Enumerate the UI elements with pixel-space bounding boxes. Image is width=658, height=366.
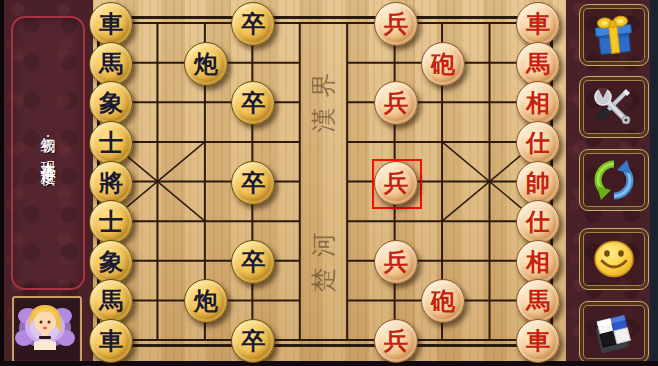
piece-character: 象 bbox=[99, 87, 123, 119]
piece-red-帥[interactable]: 帥 bbox=[516, 161, 560, 205]
piece-character: 士 bbox=[99, 127, 123, 159]
window-edge-left bbox=[0, 0, 4, 366]
piece-red-兵[interactable]: 兵 bbox=[374, 2, 418, 46]
piece-character: 兵 bbox=[384, 87, 408, 119]
piece-black-士[interactable]: 士 bbox=[89, 121, 133, 165]
piece-character: 兵 bbox=[384, 167, 408, 199]
piece-red-車[interactable]: 車 bbox=[516, 319, 560, 363]
piece-character: 仕 bbox=[526, 206, 550, 238]
piece-character: 車 bbox=[99, 8, 123, 40]
river-label: 河 bbox=[308, 230, 338, 260]
piece-red-兵[interactable]: 兵 bbox=[374, 319, 418, 363]
piece-character: 相 bbox=[526, 246, 550, 278]
river-label: 界 bbox=[308, 70, 338, 100]
gift-icon bbox=[589, 11, 639, 59]
status-message: 初级:现在请你走棋! bbox=[13, 28, 83, 278]
piece-character: 馬 bbox=[526, 285, 550, 317]
piece-character: 兵 bbox=[384, 246, 408, 278]
piece-character: 卒 bbox=[241, 167, 265, 199]
piece-red-兵[interactable]: 兵 bbox=[374, 240, 418, 284]
piece-character: 馬 bbox=[526, 48, 550, 80]
piece-black-車[interactable]: 車 bbox=[89, 2, 133, 46]
right-toolbar bbox=[566, 0, 650, 361]
piece-red-仕[interactable]: 仕 bbox=[516, 121, 560, 165]
checkerboard-icon bbox=[589, 308, 639, 356]
piece-character: 車 bbox=[526, 325, 550, 357]
piece-character: 將 bbox=[99, 167, 123, 199]
refresh-icon bbox=[589, 156, 639, 204]
piece-red-車[interactable]: 車 bbox=[516, 2, 560, 46]
xiangqi-app-window: 初级:现在请你走棋! bbox=[0, 0, 658, 366]
piece-character: 卒 bbox=[241, 246, 265, 278]
piece-character: 馬 bbox=[99, 285, 123, 317]
piece-character: 炮 bbox=[194, 48, 218, 80]
piece-black-象[interactable]: 象 bbox=[89, 240, 133, 284]
left-status-panel: 初级:现在请你走棋! bbox=[4, 0, 85, 361]
piece-black-將[interactable]: 將 bbox=[89, 161, 133, 205]
piece-character: 相 bbox=[526, 87, 550, 119]
piece-red-相[interactable]: 相 bbox=[516, 240, 560, 284]
status-message-box: 初级:现在请你走棋! bbox=[11, 16, 85, 290]
emotion-button[interactable] bbox=[579, 228, 649, 290]
window-edge-right bbox=[650, 0, 658, 366]
piece-character: 士 bbox=[99, 206, 123, 238]
river-label: 楚 bbox=[308, 265, 338, 295]
xiangqi-board[interactable]: 界漢河楚 車馬象士將士象馬車炮炮卒卒卒卒卒兵兵兵兵兵砲砲車馬相仕帥仕相馬車 bbox=[93, 0, 566, 361]
piece-red-馬[interactable]: 馬 bbox=[516, 42, 560, 86]
board-style-button[interactable] bbox=[579, 301, 649, 363]
piece-character: 帥 bbox=[526, 167, 550, 199]
piece-character: 卒 bbox=[241, 325, 265, 357]
piece-character: 砲 bbox=[431, 285, 455, 317]
piece-character: 仕 bbox=[526, 127, 550, 159]
piece-red-仕[interactable]: 仕 bbox=[516, 200, 560, 244]
piece-red-兵[interactable]: 兵 bbox=[374, 81, 418, 125]
gift-button[interactable] bbox=[579, 4, 649, 66]
piece-black-卒[interactable]: 卒 bbox=[231, 240, 275, 284]
piece-black-炮[interactable]: 炮 bbox=[184, 42, 228, 86]
piece-black-象[interactable]: 象 bbox=[89, 81, 133, 125]
piece-black-卒[interactable]: 卒 bbox=[231, 2, 275, 46]
restart-button[interactable] bbox=[579, 149, 649, 211]
piece-character: 兵 bbox=[384, 8, 408, 40]
tools-icon bbox=[589, 83, 639, 131]
piece-red-砲[interactable]: 砲 bbox=[421, 42, 465, 86]
player-avatar bbox=[12, 296, 82, 363]
window-edge-bottom bbox=[0, 361, 658, 366]
piece-character: 兵 bbox=[384, 325, 408, 357]
piece-black-卒[interactable]: 卒 bbox=[231, 161, 275, 205]
smiley-icon bbox=[589, 235, 639, 283]
girl-avatar-icon bbox=[14, 298, 76, 357]
piece-character: 砲 bbox=[431, 48, 455, 80]
piece-red-相[interactable]: 相 bbox=[516, 81, 560, 125]
board-grid bbox=[93, 0, 566, 361]
piece-character: 卒 bbox=[241, 87, 265, 119]
piece-character: 象 bbox=[99, 246, 123, 278]
piece-black-士[interactable]: 士 bbox=[89, 200, 133, 244]
river-label: 漢 bbox=[308, 105, 338, 135]
piece-character: 車 bbox=[526, 8, 550, 40]
settings-button[interactable] bbox=[579, 76, 649, 138]
piece-red-兵[interactable]: 兵 bbox=[374, 161, 418, 205]
piece-black-車[interactable]: 車 bbox=[89, 319, 133, 363]
piece-black-炮[interactable]: 炮 bbox=[184, 279, 228, 323]
piece-black-馬[interactable]: 馬 bbox=[89, 42, 133, 86]
piece-character: 馬 bbox=[99, 48, 123, 80]
piece-character: 車 bbox=[99, 325, 123, 357]
piece-character: 炮 bbox=[194, 285, 218, 317]
piece-character: 卒 bbox=[241, 8, 265, 40]
